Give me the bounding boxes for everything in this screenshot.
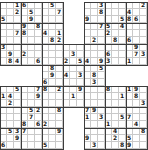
sudoku-cell[interactable]	[91, 9, 98, 16]
sudoku-cell[interactable]	[21, 16, 28, 23]
sudoku-cell[interactable]	[56, 2, 63, 9]
sudoku-cell[interactable]	[35, 142, 42, 149]
sudoku-cell[interactable]	[28, 100, 35, 107]
sudoku-cell[interactable]	[70, 65, 77, 72]
sudoku-cell[interactable]	[21, 58, 28, 65]
sudoku-cell[interactable]	[119, 100, 126, 107]
sudoku-cell[interactable]	[42, 44, 49, 51]
sudoku-cell: 5	[77, 58, 84, 65]
sudoku-cell[interactable]	[84, 51, 91, 58]
sudoku-cell[interactable]	[119, 121, 126, 128]
sudoku-cell[interactable]	[140, 16, 147, 23]
sudoku-cell[interactable]	[84, 93, 91, 100]
sudoku-cell[interactable]	[140, 107, 147, 114]
sudoku-cell[interactable]	[35, 44, 42, 51]
sudoku-cell: 7	[84, 107, 91, 114]
sudoku-cell[interactable]	[98, 142, 105, 149]
sudoku-cell[interactable]	[133, 107, 140, 114]
sudoku-cell[interactable]	[28, 51, 35, 58]
sudoku-cell[interactable]	[77, 44, 84, 51]
sudoku-cell[interactable]	[14, 51, 21, 58]
sudoku-cell[interactable]	[98, 37, 105, 44]
sudoku-cell[interactable]	[119, 37, 126, 44]
sudoku-cell[interactable]	[42, 37, 49, 44]
sudoku-cell: 6	[105, 51, 112, 58]
sudoku-cell[interactable]	[28, 37, 35, 44]
sudoku-cell: 1	[126, 58, 133, 65]
sudoku-cell[interactable]	[133, 23, 140, 30]
sudoku-cell[interactable]	[126, 93, 133, 100]
sudoku-cell[interactable]	[63, 51, 70, 58]
sudoku-cell[interactable]	[126, 23, 133, 30]
sudoku-cell[interactable]	[49, 16, 56, 23]
sudoku-cell[interactable]	[0, 2, 7, 9]
sudoku-cell[interactable]	[7, 142, 14, 149]
sudoku-cell[interactable]	[112, 114, 119, 121]
sudoku-cell[interactable]	[70, 100, 77, 107]
sudoku-cell[interactable]	[49, 93, 56, 100]
sudoku-cell[interactable]	[84, 142, 91, 149]
sudoku-cell[interactable]	[21, 107, 28, 114]
sudoku-cell[interactable]	[112, 107, 119, 114]
sudoku-cell[interactable]	[77, 51, 84, 58]
sudoku-cell[interactable]	[0, 128, 7, 135]
sudoku-cell[interactable]	[84, 30, 91, 37]
sudoku-cell[interactable]	[49, 30, 56, 37]
sudoku-cell[interactable]	[98, 86, 105, 93]
sudoku-cell[interactable]	[42, 72, 49, 79]
sudoku-cell[interactable]	[105, 16, 112, 23]
sudoku-cell: 5	[49, 2, 56, 9]
sudoku-cell[interactable]	[91, 93, 98, 100]
sudoku-cell[interactable]	[77, 100, 84, 107]
sudoku-cell[interactable]	[0, 23, 7, 30]
sudoku-cell: 5	[98, 65, 105, 72]
sudoku-cell[interactable]	[91, 86, 98, 93]
sudoku-cell[interactable]	[28, 86, 35, 93]
sudoku-cell[interactable]	[91, 65, 98, 72]
sudoku-cell[interactable]	[35, 135, 42, 142]
sudoku-cell[interactable]	[133, 30, 140, 37]
sudoku-cell[interactable]	[133, 2, 140, 9]
sudoku-cell[interactable]	[14, 23, 21, 30]
sudoku-cell[interactable]	[35, 100, 42, 107]
sudoku-cell[interactable]	[84, 65, 91, 72]
sudoku-cell[interactable]	[28, 2, 35, 9]
sudoku-cell[interactable]	[70, 79, 77, 86]
sudoku-cell[interactable]	[140, 135, 147, 142]
sudoku-cell[interactable]	[112, 16, 119, 23]
sudoku-cell[interactable]	[14, 114, 21, 121]
sudoku-cell[interactable]	[91, 30, 98, 37]
sudoku-cell[interactable]	[42, 51, 49, 58]
sudoku-cell[interactable]	[119, 86, 126, 93]
sudoku-cell[interactable]	[133, 37, 140, 44]
sudoku-cell: 8	[56, 107, 63, 114]
sudoku-cell[interactable]	[7, 9, 14, 16]
sudoku-cell[interactable]	[35, 114, 42, 121]
sudoku-cell[interactable]	[7, 114, 14, 121]
sudoku-cell[interactable]	[77, 93, 84, 100]
sudoku-cell[interactable]	[14, 121, 21, 128]
sudoku-cell[interactable]	[56, 23, 63, 30]
sudoku-cell[interactable]	[105, 107, 112, 114]
sudoku-cell[interactable]	[112, 121, 119, 128]
sudoku-cell[interactable]	[133, 58, 140, 65]
sudoku-cell[interactable]	[49, 9, 56, 16]
sudoku-cell[interactable]	[14, 142, 21, 149]
sudoku-cell[interactable]	[98, 107, 105, 114]
sudoku-cell[interactable]	[28, 142, 35, 149]
sudoku-cell[interactable]	[49, 58, 56, 65]
sudoku-cell[interactable]	[35, 9, 42, 16]
sudoku-cell[interactable]	[49, 44, 56, 51]
sudoku-cell[interactable]	[14, 16, 21, 23]
sudoku-cell[interactable]	[105, 37, 112, 44]
sudoku-cell[interactable]	[7, 23, 14, 30]
sudoku-cell[interactable]	[112, 30, 119, 37]
sudoku-cell[interactable]	[63, 65, 70, 72]
sudoku-cell[interactable]	[126, 2, 133, 9]
sudoku-cell: 8	[21, 30, 28, 37]
sudoku-cell[interactable]	[56, 114, 63, 121]
sudoku-cell[interactable]	[91, 58, 98, 65]
sudoku-cell[interactable]	[112, 2, 119, 9]
sudoku-cell[interactable]	[140, 58, 147, 65]
sudoku-cell[interactable]	[56, 121, 63, 128]
sudoku-cell[interactable]	[56, 58, 63, 65]
sudoku-cell[interactable]	[105, 93, 112, 100]
sudoku-cell[interactable]	[119, 128, 126, 135]
sudoku-cell[interactable]	[98, 100, 105, 107]
sudoku-cell: 8	[42, 86, 49, 93]
sudoku-cell: 9	[133, 86, 140, 93]
sudoku-cell[interactable]	[84, 86, 91, 93]
sudoku-cell[interactable]	[119, 44, 126, 51]
sudoku-cell[interactable]	[112, 93, 119, 100]
sudoku-cell[interactable]	[21, 44, 28, 51]
sudoku-cell[interactable]	[49, 135, 56, 142]
sudoku-cell[interactable]	[14, 93, 21, 100]
sudoku-cell[interactable]	[7, 30, 14, 37]
sudoku-cell[interactable]	[140, 44, 147, 51]
sudoku-cell[interactable]	[28, 121, 35, 128]
sudoku-cell[interactable]	[70, 86, 77, 93]
sudoku-cell[interactable]	[140, 142, 147, 149]
sudoku-cell[interactable]	[28, 93, 35, 100]
sudoku-cell[interactable]	[7, 2, 14, 9]
sudoku-cell[interactable]	[7, 37, 14, 44]
sudoku-cell: 2	[21, 51, 28, 58]
sudoku-cell[interactable]	[133, 9, 140, 16]
sudoku-cell[interactable]	[140, 30, 147, 37]
sudoku-cell[interactable]	[91, 23, 98, 30]
sudoku-cell[interactable]	[91, 44, 98, 51]
sudoku-cell[interactable]	[56, 72, 63, 79]
sudoku-cell: 5	[28, 107, 35, 114]
sudoku-cell[interactable]	[14, 100, 21, 107]
sudoku-cell[interactable]	[126, 128, 133, 135]
sudoku-cell[interactable]	[42, 114, 49, 121]
sudoku-cell[interactable]	[7, 44, 14, 51]
sudoku-cell[interactable]	[35, 30, 42, 37]
sudoku-cell[interactable]	[35, 51, 42, 58]
sudoku-cell[interactable]	[119, 58, 126, 65]
sudoku-cell: 2	[42, 121, 49, 128]
sudoku-cell[interactable]	[98, 79, 105, 86]
sudoku-cell[interactable]	[49, 128, 56, 135]
sudoku-cell[interactable]	[28, 23, 35, 30]
sudoku-cell: 4	[14, 58, 21, 65]
sudoku-cell[interactable]	[98, 93, 105, 100]
sudoku-cell[interactable]	[35, 2, 42, 9]
sudoku-cell: 3	[77, 72, 84, 79]
sudoku-cell[interactable]	[0, 51, 7, 58]
sudoku-cell: 3	[91, 79, 98, 86]
sudoku-cell[interactable]	[0, 58, 7, 65]
sudoku-cell[interactable]	[98, 51, 105, 58]
sudoku-cell[interactable]	[126, 30, 133, 37]
sudoku-cell[interactable]	[21, 37, 28, 44]
sudoku-cell[interactable]	[49, 86, 56, 93]
sudoku-cell[interactable]	[105, 135, 112, 142]
sudoku-cell[interactable]	[7, 86, 14, 93]
sudoku-cell: 1	[84, 114, 91, 121]
sudoku-cell[interactable]	[28, 30, 35, 37]
sudoku-cell[interactable]	[21, 135, 28, 142]
sudoku-cell[interactable]	[49, 100, 56, 107]
sudoku-cell[interactable]	[63, 86, 70, 93]
sudoku-cell[interactable]	[105, 128, 112, 135]
sudoku-cell[interactable]	[21, 9, 28, 16]
sudoku-cell[interactable]	[56, 16, 63, 23]
sudoku-cell[interactable]	[70, 44, 77, 51]
sudoku-cell[interactable]	[14, 44, 21, 51]
sudoku-cell[interactable]	[84, 23, 91, 30]
sudoku-cell: 7	[28, 114, 35, 121]
sudoku-cell[interactable]	[0, 30, 7, 37]
sudoku-cell[interactable]	[91, 100, 98, 107]
sudoku-cell[interactable]	[42, 65, 49, 72]
sudoku-cell[interactable]	[56, 135, 63, 142]
sudoku-cell[interactable]	[7, 16, 14, 23]
sudoku-cell[interactable]	[105, 142, 112, 149]
sudoku-cell[interactable]	[119, 51, 126, 58]
sudoku-cell: 2	[63, 58, 70, 65]
sudoku-cell[interactable]	[35, 16, 42, 23]
sudoku-cell[interactable]	[91, 128, 98, 135]
sudoku-cell[interactable]	[63, 44, 70, 51]
sudoku-cell[interactable]	[84, 79, 91, 86]
sudoku-cell[interactable]	[98, 128, 105, 135]
sudoku-cell[interactable]	[112, 9, 119, 16]
sudoku-cell[interactable]	[77, 65, 84, 72]
sudoku-cell[interactable]	[28, 135, 35, 142]
sudoku-cell[interactable]	[91, 51, 98, 58]
sudoku-cell[interactable]	[63, 100, 70, 107]
sudoku-cell[interactable]	[70, 72, 77, 79]
sudoku-cell[interactable]	[126, 44, 133, 51]
sudoku-cell[interactable]	[0, 121, 7, 128]
sudoku-cell: 1	[70, 93, 77, 100]
sudoku-cell[interactable]	[84, 128, 91, 135]
sudoku-cell[interactable]	[126, 121, 133, 128]
sudoku-cell[interactable]	[119, 135, 126, 142]
sudoku-cell: 6	[35, 58, 42, 65]
sudoku-cell[interactable]	[28, 128, 35, 135]
sudoku-cell[interactable]	[112, 142, 119, 149]
sudoku-cell[interactable]	[112, 58, 119, 65]
sudoku-cell[interactable]	[84, 37, 91, 44]
sudoku-cell[interactable]	[56, 44, 63, 51]
sudoku-cell[interactable]	[98, 135, 105, 142]
sudoku-cell[interactable]	[0, 9, 7, 16]
sudoku-cell[interactable]	[91, 16, 98, 23]
sudoku-cell[interactable]	[7, 107, 14, 114]
sudoku-cell[interactable]	[0, 37, 7, 44]
sudoku-cell[interactable]	[42, 2, 49, 9]
sudoku-cell[interactable]	[119, 107, 126, 114]
sudoku-cell[interactable]	[42, 128, 49, 135]
sudoku-cell[interactable]	[63, 79, 70, 86]
sudoku-cell[interactable]	[28, 44, 35, 51]
sudoku-cell[interactable]	[0, 100, 7, 107]
sudoku-cell: 5	[7, 128, 14, 135]
sudoku-cell[interactable]	[140, 121, 147, 128]
sudoku-cell[interactable]	[98, 30, 105, 37]
sudoku-cell[interactable]	[0, 135, 7, 142]
sudoku-cell[interactable]	[133, 135, 140, 142]
sudoku-cell[interactable]	[119, 9, 126, 16]
sudoku-cell[interactable]	[42, 16, 49, 23]
sudoku-cell[interactable]	[112, 23, 119, 30]
sudoku-cell[interactable]	[21, 100, 28, 107]
sudoku-cell[interactable]	[70, 58, 77, 65]
sudoku-cell[interactable]	[105, 9, 112, 16]
sudoku-cell[interactable]	[42, 100, 49, 107]
sudoku-cell[interactable]	[126, 100, 133, 107]
sudoku-cell: 9	[14, 135, 21, 142]
sudoku-cell: 5	[105, 23, 112, 30]
sudoku-cell[interactable]	[133, 100, 140, 107]
sudoku-cell[interactable]	[105, 2, 112, 9]
sudoku-cell[interactable]	[21, 86, 28, 93]
sudoku-cell[interactable]	[14, 37, 21, 44]
sudoku-cell[interactable]	[98, 16, 105, 23]
sudoku-cell[interactable]	[140, 93, 147, 100]
sudoku-cell[interactable]	[63, 93, 70, 100]
sudoku-cell[interactable]	[42, 58, 49, 65]
sudoku-cell[interactable]	[49, 121, 56, 128]
sudoku-cell[interactable]	[35, 37, 42, 44]
sudoku-cell[interactable]	[56, 79, 63, 86]
sudoku-cell[interactable]	[140, 37, 147, 44]
sudoku-cell[interactable]	[35, 128, 42, 135]
sudoku-cell[interactable]	[14, 107, 21, 114]
sudoku-cell[interactable]	[21, 93, 28, 100]
sudoku-cell[interactable]	[49, 114, 56, 121]
sudoku-cell[interactable]	[49, 142, 56, 149]
sudoku-cell: 3	[140, 100, 147, 107]
sudoku-cell[interactable]	[84, 2, 91, 9]
sudoku-cell[interactable]	[105, 114, 112, 121]
sudoku-cell: 8	[49, 37, 56, 44]
sudoku-cell[interactable]	[119, 30, 126, 37]
sudoku-cell[interactable]	[21, 114, 28, 121]
sudoku-cell[interactable]	[133, 142, 140, 149]
sudoku-cell[interactable]	[119, 2, 126, 9]
sudoku-cell[interactable]	[0, 86, 7, 93]
sudoku-cell[interactable]	[84, 121, 91, 128]
sudoku-cell[interactable]	[91, 114, 98, 121]
sudoku-cell: 3	[70, 51, 77, 58]
sudoku-cell[interactable]	[126, 51, 133, 58]
sudoku-cell[interactable]	[0, 114, 7, 121]
sudoku-cell[interactable]	[42, 135, 49, 142]
sudoku-cell[interactable]	[112, 51, 119, 58]
sudoku-cell[interactable]	[112, 100, 119, 107]
sudoku-cell: 5	[14, 86, 21, 93]
sudoku-cell[interactable]	[140, 114, 147, 121]
sudoku-cell[interactable]	[84, 100, 91, 107]
sudoku-cell[interactable]	[49, 51, 56, 58]
sudoku-cell[interactable]	[42, 93, 49, 100]
sudoku-cell[interactable]	[91, 2, 98, 9]
sudoku-cell[interactable]	[98, 121, 105, 128]
sudoku-cell[interactable]	[84, 9, 91, 16]
sudoku-cell[interactable]	[21, 142, 28, 149]
sudoku-cell[interactable]	[140, 9, 147, 16]
sudoku-cell[interactable]	[98, 44, 105, 51]
sudoku-cell[interactable]	[105, 100, 112, 107]
sudoku-cell[interactable]	[112, 44, 119, 51]
sudoku-cell[interactable]	[140, 86, 147, 93]
sudoku-cell[interactable]	[42, 23, 49, 30]
sudoku-cell[interactable]	[49, 23, 56, 30]
sudoku-cell[interactable]	[42, 107, 49, 114]
sudoku-cell[interactable]	[42, 9, 49, 16]
sudoku-cell[interactable]	[7, 135, 14, 142]
sudoku-cell[interactable]	[56, 100, 63, 107]
sudoku-cell[interactable]	[112, 86, 119, 93]
sudoku-cell[interactable]	[56, 142, 63, 149]
sudoku-cell: 5	[126, 135, 133, 142]
sudoku-cell[interactable]	[140, 23, 147, 30]
sudoku-cell[interactable]	[133, 128, 140, 135]
sudoku-cell: 8	[21, 121, 28, 128]
sudoku-cell[interactable]	[7, 121, 14, 128]
sudoku-cell[interactable]	[77, 79, 84, 86]
sudoku-cell: 4	[119, 23, 126, 30]
sudoku-cell[interactable]	[49, 107, 56, 114]
sudoku-cell[interactable]	[91, 121, 98, 128]
sudoku-cell[interactable]	[84, 44, 91, 51]
sudoku-cell[interactable]	[0, 107, 7, 114]
sudoku-cell[interactable]	[98, 72, 105, 79]
sudoku-cell[interactable]	[105, 44, 112, 51]
sudoku-cell[interactable]	[84, 72, 91, 79]
sudoku-cell[interactable]	[28, 58, 35, 65]
sudoku-cell[interactable]	[91, 135, 98, 142]
sudoku-cell[interactable]	[49, 79, 56, 86]
sudoku-cell: 8	[112, 37, 119, 44]
sudoku-cell[interactable]	[56, 65, 63, 72]
sudoku-cell[interactable]	[56, 93, 63, 100]
sudoku-cell[interactable]	[56, 51, 63, 58]
sudoku-cell[interactable]	[133, 114, 140, 121]
samurai-sudoku-board: 1653225784599586987547841282286399236738…	[0, 2, 148, 150]
sudoku-cell[interactable]	[126, 107, 133, 114]
